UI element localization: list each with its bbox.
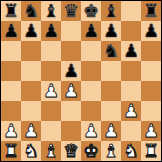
square-a1[interactable]: ♜	[1, 141, 21, 161]
square-e3[interactable]	[81, 101, 101, 121]
square-b8[interactable]: ♞	[21, 1, 41, 21]
piece-white-rook[interactable]: ♜	[143, 141, 159, 161]
square-h7[interactable]: ♟	[141, 21, 161, 41]
square-f7[interactable]: ♟	[101, 21, 121, 41]
square-b3[interactable]	[21, 101, 41, 121]
piece-black-pawn[interactable]: ♟	[123, 41, 139, 61]
piece-white-queen[interactable]: ♛	[63, 141, 79, 161]
square-a7[interactable]: ♟	[1, 21, 21, 41]
square-f4[interactable]	[101, 81, 121, 101]
piece-black-pawn[interactable]: ♟	[63, 61, 79, 81]
square-b5[interactable]	[21, 61, 41, 81]
piece-white-pawn[interactable]: ♟	[123, 101, 139, 121]
square-f6[interactable]: ♞	[101, 41, 121, 61]
square-e5[interactable]	[81, 61, 101, 81]
square-g4[interactable]	[121, 81, 141, 101]
square-c5[interactable]	[41, 61, 61, 81]
piece-black-bishop[interactable]: ♝	[43, 1, 59, 21]
square-g2[interactable]	[121, 121, 141, 141]
piece-black-queen[interactable]: ♛	[63, 1, 79, 21]
piece-black-knight[interactable]: ♞	[23, 1, 39, 21]
square-a4[interactable]	[1, 81, 21, 101]
piece-white-king[interactable]: ♚	[83, 141, 99, 161]
square-b6[interactable]	[21, 41, 41, 61]
square-a8[interactable]: ♜	[1, 1, 21, 21]
square-e8[interactable]: ♚	[81, 1, 101, 21]
piece-black-rook[interactable]: ♜	[143, 1, 159, 21]
square-b4[interactable]	[21, 81, 41, 101]
square-b7[interactable]: ♟	[21, 21, 41, 41]
square-g8[interactable]	[121, 1, 141, 21]
piece-black-bishop[interactable]: ♝	[103, 1, 119, 21]
square-f8[interactable]: ♝	[101, 1, 121, 21]
square-g6[interactable]: ♟	[121, 41, 141, 61]
piece-black-rook[interactable]: ♜	[3, 1, 19, 21]
square-c1[interactable]: ♝	[41, 141, 61, 161]
square-h1[interactable]: ♜	[141, 141, 161, 161]
square-d3[interactable]	[61, 101, 81, 121]
piece-black-pawn[interactable]: ♟	[43, 21, 59, 41]
square-a5[interactable]	[1, 61, 21, 81]
square-e6[interactable]	[81, 41, 101, 61]
square-d1[interactable]: ♛	[61, 141, 81, 161]
square-d8[interactable]: ♛	[61, 1, 81, 21]
square-c6[interactable]	[41, 41, 61, 61]
square-b2[interactable]: ♟	[21, 121, 41, 141]
square-c3[interactable]	[41, 101, 61, 121]
square-g5[interactable]	[121, 61, 141, 81]
piece-black-pawn[interactable]: ♟	[103, 21, 119, 41]
piece-white-bishop[interactable]: ♝	[103, 141, 119, 161]
square-a2[interactable]: ♟	[1, 121, 21, 141]
piece-white-pawn[interactable]: ♟	[103, 121, 119, 141]
piece-black-pawn[interactable]: ♟	[3, 21, 19, 41]
square-h3[interactable]	[141, 101, 161, 121]
piece-white-knight[interactable]: ♞	[123, 141, 139, 161]
square-b1[interactable]: ♞	[21, 141, 41, 161]
square-h6[interactable]	[141, 41, 161, 61]
square-h2[interactable]: ♟	[141, 121, 161, 141]
square-d7[interactable]	[61, 21, 81, 41]
square-a3[interactable]	[1, 101, 21, 121]
square-d5[interactable]: ♟	[61, 61, 81, 81]
piece-white-pawn[interactable]: ♟	[43, 81, 59, 101]
square-g3[interactable]: ♟	[121, 101, 141, 121]
square-h4[interactable]	[141, 81, 161, 101]
square-h5[interactable]	[141, 61, 161, 81]
piece-black-pawn[interactable]: ♟	[83, 21, 99, 41]
square-c4[interactable]: ♟	[41, 81, 61, 101]
piece-white-rook[interactable]: ♜	[3, 141, 19, 161]
piece-black-knight[interactable]: ♞	[103, 41, 119, 61]
square-f3[interactable]	[101, 101, 121, 121]
piece-black-pawn[interactable]: ♟	[23, 21, 39, 41]
square-e7[interactable]: ♟	[81, 21, 101, 41]
square-f1[interactable]: ♝	[101, 141, 121, 161]
chess-board-frame: ♜♞♝♛♚♝♜♟♟♟♟♟♟♞♟♟♟♟♟♟♟♟♟♟♜♞♝♛♚♝♞♜	[0, 0, 162, 162]
square-g1[interactable]: ♞	[121, 141, 141, 161]
square-d4[interactable]: ♟	[61, 81, 81, 101]
square-a6[interactable]	[1, 41, 21, 61]
piece-white-bishop[interactable]: ♝	[43, 141, 59, 161]
square-d2[interactable]	[61, 121, 81, 141]
piece-white-knight[interactable]: ♞	[23, 141, 39, 161]
piece-black-pawn[interactable]: ♟	[143, 21, 159, 41]
chess-board: ♜♞♝♛♚♝♜♟♟♟♟♟♟♞♟♟♟♟♟♟♟♟♟♟♜♞♝♛♚♝♞♜	[1, 1, 161, 161]
piece-white-pawn[interactable]: ♟	[63, 81, 79, 101]
square-d6[interactable]	[61, 41, 81, 61]
piece-white-pawn[interactable]: ♟	[143, 121, 159, 141]
piece-white-pawn[interactable]: ♟	[23, 121, 39, 141]
square-f5[interactable]	[101, 61, 121, 81]
piece-black-king[interactable]: ♚	[83, 1, 99, 21]
square-e1[interactable]: ♚	[81, 141, 101, 161]
piece-white-pawn[interactable]: ♟	[83, 121, 99, 141]
square-h8[interactable]: ♜	[141, 1, 161, 21]
square-g7[interactable]	[121, 21, 141, 41]
square-c7[interactable]: ♟	[41, 21, 61, 41]
square-f2[interactable]: ♟	[101, 121, 121, 141]
square-c2[interactable]	[41, 121, 61, 141]
piece-white-pawn[interactable]: ♟	[3, 121, 19, 141]
square-e2[interactable]: ♟	[81, 121, 101, 141]
square-e4[interactable]	[81, 81, 101, 101]
square-c8[interactable]: ♝	[41, 1, 61, 21]
